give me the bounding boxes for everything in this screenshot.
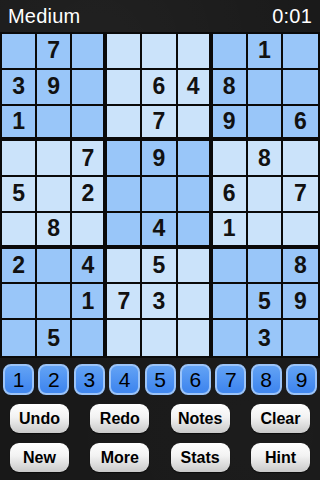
cell-r3c3[interactable] [72,106,107,142]
cell-r5c8[interactable] [248,177,283,213]
cell-r4c1[interactable] [2,141,37,177]
numpad-9-button[interactable]: 9 [286,364,317,395]
cell-r2c7[interactable]: 8 [213,70,248,106]
cell-r5c9[interactable]: 7 [283,177,318,213]
cell-r9c5[interactable] [142,320,177,356]
sudoku-app: Medium 0:01 7139648179679852678412458173… [0,0,320,472]
cell-r9c9[interactable] [283,320,318,356]
cell-r2c6[interactable]: 4 [178,70,213,106]
cell-r1c4[interactable] [107,34,142,70]
stats-button[interactable]: Stats [171,443,230,472]
numpad-8-button[interactable]: 8 [251,364,282,395]
cell-r3c1[interactable]: 1 [2,106,37,142]
hint-button[interactable]: Hint [251,443,310,472]
cell-r5c2[interactable] [37,177,72,213]
cell-r7c4[interactable] [107,249,142,285]
redo-button[interactable]: Redo [90,404,149,433]
cell-r8c2[interactable] [37,284,72,320]
cell-r8c1[interactable] [2,284,37,320]
cell-r1c3[interactable] [72,34,107,70]
cell-r2c5[interactable]: 6 [142,70,177,106]
cell-r3c7[interactable]: 9 [213,106,248,142]
cell-r5c4[interactable] [107,177,142,213]
numpad-6-button[interactable]: 6 [180,364,211,395]
cell-r5c1[interactable]: 5 [2,177,37,213]
clear-button[interactable]: Clear [251,404,310,433]
cell-r2c3[interactable] [72,70,107,106]
actions-row-1: UndoRedoNotesClear [0,404,320,433]
cell-r7c2[interactable] [37,249,72,285]
cell-r9c8[interactable]: 3 [248,320,283,356]
cell-r6c5[interactable]: 4 [142,213,177,249]
numpad-5-button[interactable]: 5 [145,364,176,395]
cell-r4c6[interactable] [178,141,213,177]
cell-r1c7[interactable] [213,34,248,70]
cell-r7c7[interactable] [213,249,248,285]
cell-r3c4[interactable] [107,106,142,142]
cell-r6c3[interactable] [72,213,107,249]
cell-r5c6[interactable] [178,177,213,213]
cell-r9c4[interactable] [107,320,142,356]
cell-r6c1[interactable] [2,213,37,249]
header-bar: Medium 0:01 [0,0,320,32]
cell-r6c6[interactable] [178,213,213,249]
cell-r7c3[interactable]: 4 [72,249,107,285]
cell-r5c5[interactable] [142,177,177,213]
actions-row-2: NewMoreStatsHint [0,443,320,472]
cell-r3c5[interactable]: 7 [142,106,177,142]
numpad-4-button[interactable]: 4 [109,364,140,395]
cell-r6c2[interactable]: 8 [37,213,72,249]
cell-r8c7[interactable] [213,284,248,320]
cell-r6c8[interactable] [248,213,283,249]
cell-r4c5[interactable]: 9 [142,141,177,177]
timer-label: 0:01 [272,5,312,28]
cell-r7c1[interactable]: 2 [2,249,37,285]
new-button[interactable]: New [10,443,69,472]
cell-r1c6[interactable] [178,34,213,70]
cell-r9c1[interactable] [2,320,37,356]
cell-r2c9[interactable] [283,70,318,106]
cell-r8c6[interactable] [178,284,213,320]
cell-r9c3[interactable] [72,320,107,356]
cell-r4c8[interactable]: 8 [248,141,283,177]
difficulty-label: Medium [8,5,80,28]
cell-r9c7[interactable] [213,320,248,356]
cell-r4c9[interactable] [283,141,318,177]
cell-r5c3[interactable]: 2 [72,177,107,213]
cell-r7c8[interactable] [248,249,283,285]
cell-r6c4[interactable] [107,213,142,249]
cell-r1c5[interactable] [142,34,177,70]
notes-button[interactable]: Notes [171,404,230,433]
cell-r4c7[interactable] [213,141,248,177]
cell-r7c9[interactable]: 8 [283,249,318,285]
cell-r2c2[interactable]: 9 [37,70,72,106]
cell-r8c8[interactable]: 5 [248,284,283,320]
numpad-1-button[interactable]: 1 [3,364,34,395]
cell-r2c4[interactable] [107,70,142,106]
cell-r4c3[interactable]: 7 [72,141,107,177]
cell-r6c7[interactable]: 1 [213,213,248,249]
cell-r3c9[interactable]: 6 [283,106,318,142]
cell-r8c9[interactable]: 9 [283,284,318,320]
cell-r7c6[interactable] [178,249,213,285]
cell-r4c4[interactable] [107,141,142,177]
cell-r8c4[interactable]: 7 [107,284,142,320]
more-button[interactable]: More [90,443,149,472]
cell-r4c2[interactable] [37,141,72,177]
cell-r7c5[interactable]: 5 [142,249,177,285]
cell-r2c8[interactable] [248,70,283,106]
sudoku-board: 71396481796798526784124581735953 [0,32,320,358]
undo-button[interactable]: Undo [10,404,69,433]
cell-r3c6[interactable] [178,106,213,142]
numpad-3-button[interactable]: 3 [74,364,105,395]
cell-r1c2[interactable]: 7 [37,34,72,70]
cell-r8c5[interactable]: 3 [142,284,177,320]
cell-r8c3[interactable]: 1 [72,284,107,320]
cell-r9c2[interactable]: 5 [37,320,72,356]
cell-r3c8[interactable] [248,106,283,142]
cell-r9c6[interactable] [178,320,213,356]
cell-r1c9[interactable] [283,34,318,70]
cell-r3c2[interactable] [37,106,72,142]
cell-r6c9[interactable] [283,213,318,249]
number-pad: 123456789 [0,364,320,395]
cell-r2c1[interactable]: 3 [2,70,37,106]
cell-r1c8[interactable]: 1 [248,34,283,70]
numpad-2-button[interactable]: 2 [38,364,69,395]
cell-r5c7[interactable]: 6 [213,177,248,213]
cell-r1c1[interactable] [2,34,37,70]
numpad-7-button[interactable]: 7 [215,364,246,395]
